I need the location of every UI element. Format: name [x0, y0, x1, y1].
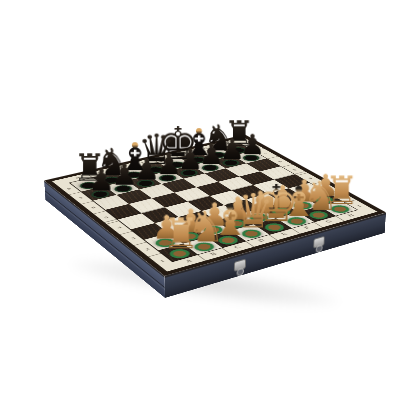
pawn-glyph: ♟	[72, 165, 132, 195]
clasp-icon-1	[234, 259, 246, 272]
clasp-icon-2	[313, 236, 324, 249]
rook-glyph: ♜	[148, 213, 215, 255]
product-photo: ABCDEFGH ABCDEFGH 87654321 87654321 ♜♞♝♛…	[0, 0, 400, 400]
